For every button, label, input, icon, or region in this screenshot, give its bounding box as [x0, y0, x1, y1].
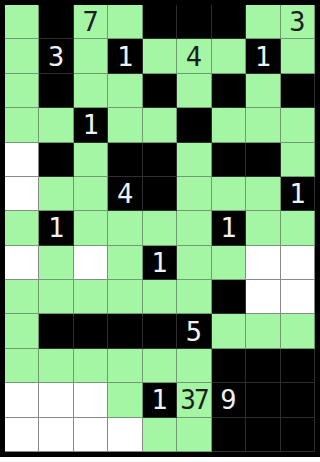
cell-r1c4[interactable] — [108, 5, 142, 39]
cell-r2c1[interactable] — [5, 39, 39, 73]
cell-r2c7[interactable] — [212, 39, 246, 73]
cell-r7c6[interactable] — [177, 211, 211, 245]
cell-r8c4[interactable] — [108, 246, 142, 280]
cell-r11c6[interactable] — [177, 349, 211, 383]
cell-r9c9[interactable] — [281, 280, 315, 314]
cell-r10c7[interactable] — [212, 314, 246, 348]
cell-r10c6[interactable]: 5 — [177, 314, 211, 348]
cell-r2c4[interactable]: 1 — [108, 39, 142, 73]
cell-r5c1[interactable] — [5, 143, 39, 177]
bottom-margin — [0, 457, 320, 462]
cell-r10c5[interactable] — [143, 314, 177, 348]
cell-r9c1[interactable] — [5, 280, 39, 314]
cell-r13c4[interactable] — [108, 418, 142, 452]
cell-r12c9[interactable] — [281, 383, 315, 417]
puzzle-board: 73314114111151379 — [0, 0, 320, 457]
cell-r6c3[interactable] — [74, 177, 108, 211]
cell-r1c8[interactable] — [246, 5, 280, 39]
cell-r7c3[interactable] — [74, 211, 108, 245]
cell-r11c3[interactable] — [74, 349, 108, 383]
cell-r10c9[interactable] — [281, 314, 315, 348]
cell-r4c8[interactable] — [246, 108, 280, 142]
cell-r4c9[interactable] — [281, 108, 315, 142]
cell-r8c7[interactable] — [212, 246, 246, 280]
cell-r13c3[interactable] — [74, 418, 108, 452]
cell-r2c2[interactable]: 3 — [39, 39, 73, 73]
cell-r12c3[interactable] — [74, 383, 108, 417]
cell-r7c9[interactable] — [281, 211, 315, 245]
cell-r10c1[interactable] — [5, 314, 39, 348]
cell-r10c8[interactable] — [246, 314, 280, 348]
cell-r11c2[interactable] — [39, 349, 73, 383]
cell-r6c4[interactable]: 4 — [108, 177, 142, 211]
cell-r13c7[interactable] — [212, 418, 246, 452]
cell-r2c9[interactable] — [281, 39, 315, 73]
cell-r1c6[interactable] — [177, 5, 211, 39]
cell-r1c9[interactable]: 3 — [281, 5, 315, 39]
cell-r5c6[interactable] — [177, 143, 211, 177]
cell-r13c2[interactable] — [39, 418, 73, 452]
cell-r3c7[interactable] — [212, 74, 246, 108]
cell-r13c1[interactable] — [5, 418, 39, 452]
cell-r4c6[interactable] — [177, 108, 211, 142]
cell-r13c8[interactable] — [246, 418, 280, 452]
cell-r2c8[interactable]: 1 — [246, 39, 280, 73]
cell-r4c4[interactable] — [108, 108, 142, 142]
cell-r3c5[interactable] — [143, 74, 177, 108]
cell-r8c2[interactable] — [39, 246, 73, 280]
cell-r4c5[interactable] — [143, 108, 177, 142]
cell-r8c8[interactable] — [246, 246, 280, 280]
cell-r11c5[interactable] — [143, 349, 177, 383]
cell-r4c3[interactable]: 1 — [74, 108, 108, 142]
cell-r9c5[interactable] — [143, 280, 177, 314]
cell-r6c5[interactable] — [143, 177, 177, 211]
cell-r2c5[interactable] — [143, 39, 177, 73]
cell-r6c6[interactable] — [177, 177, 211, 211]
cell-r4c2[interactable] — [39, 108, 73, 142]
cell-r12c2[interactable] — [39, 383, 73, 417]
cell-r9c8[interactable] — [246, 280, 280, 314]
cell-r7c1[interactable] — [5, 211, 39, 245]
cell-r10c2[interactable] — [39, 314, 73, 348]
cell-r5c4[interactable] — [108, 143, 142, 177]
cell-r12c8[interactable] — [246, 383, 280, 417]
cell-r8c1[interactable] — [5, 246, 39, 280]
cell-r9c6[interactable] — [177, 280, 211, 314]
cell-r5c2[interactable] — [39, 143, 73, 177]
cell-r1c1[interactable] — [5, 5, 39, 39]
cell-r12c6[interactable]: 37 — [177, 383, 211, 417]
cell-r10c4[interactable] — [108, 314, 142, 348]
cell-r4c7[interactable] — [212, 108, 246, 142]
cell-r13c9[interactable] — [281, 418, 315, 452]
cell-r7c7[interactable]: 1 — [212, 211, 246, 245]
cell-r9c7[interactable] — [212, 280, 246, 314]
cell-r6c2[interactable] — [39, 177, 73, 211]
cell-r1c5[interactable] — [143, 5, 177, 39]
cell-r6c7[interactable] — [212, 177, 246, 211]
cell-r8c6[interactable] — [177, 246, 211, 280]
cell-r13c5[interactable] — [143, 418, 177, 452]
cell-r11c7[interactable] — [212, 349, 246, 383]
puzzle-grid: 73314114111151379 — [5, 5, 315, 452]
cell-r3c1[interactable] — [5, 74, 39, 108]
cell-r11c1[interactable] — [5, 349, 39, 383]
cell-r7c4[interactable] — [108, 211, 142, 245]
cell-r8c9[interactable] — [281, 246, 315, 280]
cell-r8c3[interactable] — [74, 246, 108, 280]
cell-r11c8[interactable] — [246, 349, 280, 383]
cell-r11c9[interactable] — [281, 349, 315, 383]
cell-r6c1[interactable] — [5, 177, 39, 211]
cell-r7c8[interactable] — [246, 211, 280, 245]
cell-r3c4[interactable] — [108, 74, 142, 108]
cell-r3c2[interactable] — [39, 74, 73, 108]
cell-r7c2[interactable]: 1 — [39, 211, 73, 245]
cell-r11c4[interactable] — [108, 349, 142, 383]
cell-r8c5[interactable]: 1 — [143, 246, 177, 280]
cell-r12c5[interactable]: 1 — [143, 383, 177, 417]
cell-r9c4[interactable] — [108, 280, 142, 314]
cell-r2c6[interactable]: 4 — [177, 39, 211, 73]
cell-r12c7[interactable]: 9 — [212, 383, 246, 417]
cell-r9c2[interactable] — [39, 280, 73, 314]
cell-r10c3[interactable] — [74, 314, 108, 348]
cell-r3c8[interactable] — [246, 74, 280, 108]
cell-r6c8[interactable] — [246, 177, 280, 211]
cell-r2c3[interactable] — [74, 39, 108, 73]
cell-r1c7[interactable] — [212, 5, 246, 39]
cell-r13c6[interactable] — [177, 418, 211, 452]
cell-r3c3[interactable] — [74, 74, 108, 108]
cell-r9c3[interactable] — [74, 280, 108, 314]
cell-r12c4[interactable] — [108, 383, 142, 417]
cell-r4c1[interactable] — [5, 108, 39, 142]
cell-r5c5[interactable] — [143, 143, 177, 177]
cell-r5c3[interactable] — [74, 143, 108, 177]
cell-r6c9[interactable]: 1 — [281, 177, 315, 211]
cell-r12c1[interactable] — [5, 383, 39, 417]
cell-r5c7[interactable] — [212, 143, 246, 177]
cell-r7c5[interactable] — [143, 211, 177, 245]
cell-r3c9[interactable] — [281, 74, 315, 108]
cell-r5c9[interactable] — [281, 143, 315, 177]
cell-r1c2[interactable] — [39, 5, 73, 39]
cell-r1c3[interactable]: 7 — [74, 5, 108, 39]
cell-r5c8[interactable] — [246, 143, 280, 177]
cell-r3c6[interactable] — [177, 74, 211, 108]
